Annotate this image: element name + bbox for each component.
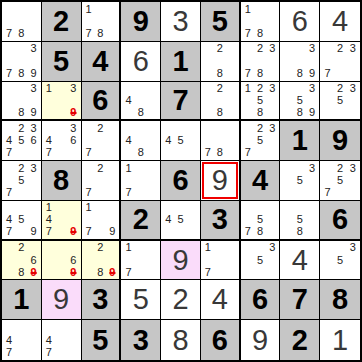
cell-r5c4[interactable]: 17: [121, 161, 161, 201]
candidate-9-eliminated: 9: [106, 266, 118, 278]
candidate-5: 5: [15, 174, 27, 186]
cell-r4c9[interactable]: 9: [320, 121, 360, 161]
candidate-1: 1: [122, 242, 134, 254]
candidate-7: 7: [83, 187, 95, 199]
candidate-8: 8: [254, 106, 266, 118]
cell-r2c9[interactable]: 237: [320, 42, 360, 82]
candidate-grid: 45: [162, 202, 199, 238]
candidate-8: 8: [214, 147, 226, 159]
candidate-grid: 47: [3, 321, 40, 359]
candidate-7: 7: [3, 346, 15, 359]
candidate-2: 2: [334, 43, 347, 55]
cell-r9c7[interactable]: 9: [241, 320, 281, 360]
cell-r8c6[interactable]: 4: [201, 280, 241, 320]
candidate-5: 5: [334, 94, 347, 106]
candidate-4: 4: [3, 214, 15, 226]
candidate-1: 1: [43, 83, 55, 95]
candidate-3: 3: [28, 43, 40, 55]
candidate-7: 7: [242, 67, 254, 79]
candidate-grid: 178: [242, 3, 279, 40]
cell-r8c2[interactable]: 9: [42, 280, 82, 320]
cell-r2c8[interactable]: 389: [280, 42, 320, 82]
candidate-3: 3: [28, 83, 40, 95]
cell-r7c9[interactable]: 35: [320, 241, 360, 281]
candidate-2: 2: [334, 162, 347, 174]
solved-digit: 3: [161, 2, 200, 41]
given-digit: 8: [320, 280, 360, 319]
candidate-8: 8: [94, 266, 106, 278]
cell-r1c3[interactable]: 178: [82, 2, 122, 42]
candidate-7: 7: [242, 226, 254, 238]
candidate-9-eliminated: 9: [67, 266, 79, 278]
candidate-grid: 4579: [3, 202, 40, 238]
given-digit: 6: [320, 201, 360, 239]
candidate-5: 5: [15, 214, 27, 226]
candidate-grid: 17: [122, 162, 159, 199]
cell-r3c6[interactable]: 28: [201, 82, 241, 122]
given-digit: 4: [82, 42, 120, 81]
solved-digit: 9: [42, 280, 81, 319]
solved-digit: 4: [280, 241, 319, 280]
candidate-8: 8: [135, 147, 147, 159]
cell-r5c5[interactable]: 6: [161, 161, 201, 201]
cell-r4c3[interactable]: 27: [82, 121, 122, 161]
given-digit: 2: [42, 2, 81, 41]
candidate-7: 7: [83, 147, 95, 159]
candidate-3: 3: [266, 43, 278, 55]
candidate-8: 8: [15, 67, 27, 79]
cell-r2c7[interactable]: 2378: [241, 42, 281, 82]
cell-r7c1[interactable]: 2689: [2, 241, 42, 281]
candidate-7: 7: [3, 147, 15, 159]
cell-r5c3[interactable]: 27: [82, 161, 122, 201]
candidate-4: 4: [162, 135, 174, 147]
candidate-3: 3: [346, 162, 359, 174]
candidate-4: 4: [122, 94, 134, 106]
given-digit: 7: [161, 82, 200, 120]
cell-r1c8[interactable]: 6: [280, 2, 320, 42]
candidate-6: 6: [67, 135, 79, 147]
given-digit: 6: [82, 82, 120, 120]
candidate-grid: 12358: [242, 83, 279, 119]
cell-r9c5[interactable]: 8: [161, 320, 201, 360]
cell-r8c7[interactable]: 6: [241, 280, 281, 320]
cell-r6c4[interactable]: 2: [121, 201, 161, 241]
cell-r5c9[interactable]: 2357: [320, 161, 360, 201]
candidate-3: 3: [346, 242, 359, 254]
candidate-2: 2: [94, 162, 106, 174]
cell-r6c6[interactable]: 3: [201, 201, 241, 241]
candidate-5: 5: [254, 94, 266, 106]
given-digit: 5: [201, 2, 239, 41]
cell-r4c8[interactable]: 1: [280, 121, 320, 161]
candidate-5: 5: [174, 135, 186, 147]
candidate-9-eliminated: 9: [28, 266, 40, 278]
candidate-8: 8: [254, 226, 266, 238]
solved-digit: 2: [161, 280, 200, 319]
cell-r4c1[interactable]: 234567: [2, 121, 42, 161]
candidate-4: 4: [43, 214, 55, 226]
candidate-grid: 35: [242, 242, 279, 279]
candidate-grid: 69: [43, 242, 80, 279]
given-digit: 3: [82, 280, 120, 319]
candidate-grid: 35: [321, 242, 359, 279]
candidate-9: 9: [28, 106, 40, 118]
candidate-4: 4: [43, 135, 55, 147]
cell-r7c8[interactable]: 4: [280, 241, 320, 281]
candidate-grid: 578: [242, 202, 279, 238]
cell-r2c6[interactable]: 28: [201, 42, 241, 82]
cell-r3c1[interactable]: 389: [2, 82, 42, 122]
candidate-8: 8: [214, 67, 226, 79]
candidate-9-eliminated: 9: [67, 226, 79, 238]
cell-r2c1[interactable]: 3789: [2, 42, 42, 82]
candidate-grid: 3789: [3, 43, 40, 80]
solved-digit: 1: [320, 320, 360, 360]
candidate-7: 7: [202, 266, 214, 278]
candidate-5: 5: [294, 174, 306, 186]
candidate-3: 3: [306, 83, 318, 95]
candidate-8: 8: [15, 28, 27, 40]
candidate-2: 2: [15, 162, 27, 174]
candidate-grid: 28: [202, 83, 238, 119]
cell-r6c9[interactable]: 6: [320, 201, 360, 241]
sudoku-board: 7821789351786437895461282378389237389139…: [0, 0, 362, 362]
candidate-grid: 2357: [321, 162, 359, 199]
candidate-3: 3: [346, 43, 359, 55]
cell-r7c4[interactable]: 17: [121, 241, 161, 281]
candidate-5: 5: [174, 214, 186, 226]
candidate-7: 7: [242, 147, 254, 159]
solved-digit: 4: [201, 280, 239, 319]
candidate-grid: 17: [122, 242, 159, 279]
candidate-7: 7: [83, 226, 95, 238]
candidate-2: 2: [94, 242, 106, 254]
solved-digit: 9: [241, 320, 280, 360]
candidate-7: 7: [122, 266, 134, 278]
cell-r9c9[interactable]: 1: [320, 320, 360, 360]
cell-r5c8[interactable]: 35: [280, 161, 320, 201]
candidate-8: 8: [15, 266, 27, 278]
candidate-8: 8: [254, 28, 266, 40]
cell-r3c8[interactable]: 3589: [280, 82, 320, 122]
candidate-5: 5: [254, 214, 266, 226]
candidate-3: 3: [306, 43, 318, 55]
candidate-2: 2: [254, 43, 266, 55]
cell-r7c3[interactable]: 289: [82, 241, 122, 281]
cell-r9c8[interactable]: 2: [280, 320, 320, 360]
candidate-grid: 58: [281, 202, 318, 238]
candidate-3: 3: [346, 83, 359, 95]
candidate-5: 5: [334, 254, 347, 266]
cell-r8c1[interactable]: 1: [2, 280, 42, 320]
cell-r6c5[interactable]: 45: [161, 201, 201, 241]
given-digit: 4: [241, 161, 280, 200]
candidate-grid: 27: [83, 162, 119, 199]
candidate-7: 7: [43, 346, 55, 359]
candidate-3: 3: [306, 162, 318, 174]
cell-r2c3[interactable]: 4: [82, 42, 122, 82]
candidate-grid: 45: [162, 122, 199, 159]
cell-r5c2[interactable]: 8: [42, 161, 82, 201]
given-digit: 1: [161, 42, 200, 81]
candidate-1: 1: [202, 242, 214, 254]
candidate-grid: 179: [83, 202, 119, 238]
cell-r4c5[interactable]: 45: [161, 121, 201, 161]
candidate-grid: 2378: [242, 43, 279, 80]
candidate-8: 8: [294, 226, 306, 238]
candidate-8: 8: [294, 106, 306, 118]
cell-r6c7[interactable]: 578: [241, 201, 281, 241]
candidate-7: 7: [3, 187, 15, 199]
cell-r1c9[interactable]: 4: [320, 2, 360, 42]
candidate-grid: 2357: [242, 122, 279, 159]
candidate-3: 3: [266, 83, 278, 95]
candidate-2: 2: [15, 122, 27, 134]
cell-r7c7[interactable]: 35: [241, 241, 281, 281]
candidate-4: 4: [3, 135, 15, 147]
cell-r3c4[interactable]: 48: [121, 82, 161, 122]
candidate-grid: 2357: [3, 162, 40, 199]
candidate-8: 8: [294, 67, 306, 79]
candidate-6: 6: [28, 135, 40, 147]
candidate-3: 3: [28, 162, 40, 174]
candidate-grid: 48: [122, 122, 159, 159]
candidate-4: 4: [162, 214, 174, 226]
given-digit: 1: [2, 280, 41, 319]
candidate-1: 1: [242, 83, 254, 95]
cell-r4c6[interactable]: 78: [201, 121, 241, 161]
cell-r6c8[interactable]: 58: [280, 201, 320, 241]
cell-r6c3[interactable]: 179: [82, 201, 122, 241]
candidate-3: 3: [266, 122, 278, 134]
candidate-7: 7: [43, 226, 55, 238]
candidate-7: 7: [43, 147, 55, 159]
cell-r3c5[interactable]: 7: [161, 82, 201, 122]
candidate-grid: 2689: [3, 242, 40, 279]
candidate-6: 6: [28, 254, 40, 266]
cell-r7c5[interactable]: 9: [161, 241, 201, 281]
candidate-5: 5: [254, 135, 266, 147]
cell-r8c9[interactable]: 8: [320, 280, 360, 320]
candidate-1: 1: [83, 3, 95, 15]
cell-r1c2[interactable]: 2: [42, 2, 82, 42]
candidate-2: 2: [254, 83, 266, 95]
candidate-5: 5: [294, 214, 306, 226]
given-digit: 7: [280, 280, 319, 319]
given-digit: 5: [42, 42, 81, 81]
cell-r3c2[interactable]: 139: [42, 82, 82, 122]
candidate-2: 2: [94, 122, 106, 134]
candidate-4: 4: [3, 334, 15, 347]
solved-digit: 4: [320, 2, 360, 41]
candidate-7: 7: [3, 226, 15, 238]
candidate-9: 9: [28, 226, 40, 238]
cell-r4c4[interactable]: 48: [121, 121, 161, 161]
candidate-grid: 27: [83, 122, 119, 159]
given-digit: 2: [121, 201, 160, 239]
cell-r3c3[interactable]: 6: [82, 82, 122, 122]
cell-r9c2[interactable]: 47: [42, 320, 82, 360]
candidate-7: 7: [202, 147, 214, 159]
candidate-4: 4: [43, 334, 55, 347]
cell-r1c5[interactable]: 3: [161, 2, 201, 42]
given-digit: 6: [241, 280, 280, 319]
cell-r8c5[interactable]: 2: [161, 280, 201, 320]
cell-r2c2[interactable]: 5: [42, 42, 82, 82]
candidate-grid: 234567: [3, 122, 40, 159]
solved-digit: 9: [161, 241, 200, 280]
candidate-3: 3: [266, 242, 278, 254]
candidate-3: 3: [67, 122, 79, 134]
cell-r3c7[interactable]: 12358: [241, 82, 281, 122]
candidate-grid: 35: [281, 162, 318, 199]
solved-digit: 5: [121, 280, 160, 319]
candidate-8: 8: [94, 28, 106, 40]
solved-digit: 6: [121, 42, 160, 81]
candidate-8: 8: [254, 67, 266, 79]
cell-r2c4[interactable]: 6: [121, 42, 161, 82]
cell-r1c4[interactable]: 9: [121, 2, 161, 42]
cell-r2c5[interactable]: 1: [161, 42, 201, 82]
cell-r8c8[interactable]: 7: [280, 280, 320, 320]
cell-r5c1[interactable]: 2357: [2, 161, 42, 201]
candidate-grid: 289: [83, 242, 119, 279]
candidate-grid: 178: [83, 3, 119, 40]
given-digit: 9: [121, 2, 160, 41]
candidate-2: 2: [254, 122, 266, 134]
given-digit: 8: [42, 161, 81, 200]
cell-r9c6[interactable]: 6: [201, 320, 241, 360]
given-digit: 2: [280, 320, 319, 360]
cell-r7c2[interactable]: 69: [42, 241, 82, 281]
candidate-3: 3: [28, 122, 40, 134]
candidate-5: 5: [15, 135, 27, 147]
cell-r8c3[interactable]: 3: [82, 280, 122, 320]
candidate-1: 1: [122, 162, 134, 174]
cell-r8c4[interactable]: 5: [121, 280, 161, 320]
solved-digit: 6: [280, 2, 319, 41]
solved-digit: 8: [161, 320, 200, 360]
cell-r9c1[interactable]: 47: [2, 320, 42, 360]
given-digit: 9: [320, 121, 360, 160]
candidate-1: 1: [83, 202, 95, 214]
candidate-grid: 237: [321, 43, 359, 80]
candidate-3: 3: [67, 83, 79, 95]
cell-r1c6[interactable]: 5: [201, 2, 241, 42]
candidate-grid: 28: [202, 43, 238, 80]
candidate-9: 9: [306, 106, 318, 118]
given-digit: 6: [201, 320, 239, 360]
candidate-2: 2: [214, 83, 226, 95]
candidate-9: 9: [28, 67, 40, 79]
candidate-8: 8: [214, 106, 226, 118]
candidate-grid: 78: [3, 3, 40, 40]
candidate-grid: 389: [3, 83, 40, 119]
candidate-grid: 47: [43, 321, 80, 359]
given-digit: 3: [201, 201, 239, 239]
candidate-grid: 389: [281, 43, 318, 80]
candidate-5: 5: [254, 254, 266, 266]
cell-r3c9[interactable]: 235: [320, 82, 360, 122]
candidate-grid: 139: [43, 83, 80, 119]
cell-r1c1[interactable]: 78: [2, 2, 42, 42]
solved-digit: 9: [201, 161, 239, 200]
candidate-grid: 78: [202, 122, 238, 159]
cell-r5c6[interactable]: 9: [201, 161, 241, 201]
given-digit: 5: [82, 320, 120, 360]
given-digit: 1: [280, 121, 319, 160]
candidate-2: 2: [334, 83, 347, 95]
cell-r1c7[interactable]: 178: [241, 2, 281, 42]
candidate-grid: 3589: [281, 83, 318, 119]
candidate-8: 8: [15, 106, 27, 118]
given-digit: 6: [161, 161, 200, 200]
candidate-4: 4: [122, 135, 134, 147]
given-digit: 3: [121, 320, 160, 360]
candidate-1: 1: [242, 3, 254, 15]
candidate-grid: 17: [202, 242, 238, 279]
candidate-7: 7: [3, 67, 15, 79]
candidate-7: 7: [242, 28, 254, 40]
candidate-9-eliminated: 9: [67, 106, 79, 118]
candidate-2: 2: [214, 43, 226, 55]
cell-r4c7[interactable]: 2357: [241, 121, 281, 161]
candidate-grid: 3467: [43, 122, 80, 159]
candidate-7: 7: [83, 28, 95, 40]
candidate-7: 7: [321, 67, 334, 79]
candidate-9: 9: [106, 226, 118, 238]
candidate-7: 7: [122, 187, 134, 199]
cell-r5c7[interactable]: 4: [241, 161, 281, 201]
candidate-1: 1: [43, 202, 55, 214]
candidate-9: 9: [306, 67, 318, 79]
candidate-grid: 235: [321, 83, 359, 119]
candidate-5: 5: [294, 94, 306, 106]
candidate-5: 5: [334, 174, 347, 186]
candidate-grid: 48: [122, 83, 159, 119]
cell-r9c3[interactable]: 5: [82, 320, 122, 360]
cell-r7c6[interactable]: 17: [201, 241, 241, 281]
candidate-8: 8: [135, 106, 147, 118]
cell-r4c2[interactable]: 3467: [42, 121, 82, 161]
candidate-2: 2: [15, 242, 27, 254]
candidate-7: 7: [3, 28, 15, 40]
candidate-grid: 1479: [43, 202, 80, 238]
cell-r6c2[interactable]: 1479: [42, 201, 82, 241]
candidate-7: 7: [321, 187, 334, 199]
cell-r9c4[interactable]: 3: [121, 320, 161, 360]
candidate-6: 6: [67, 254, 79, 266]
cell-r6c1[interactable]: 4579: [2, 201, 42, 241]
